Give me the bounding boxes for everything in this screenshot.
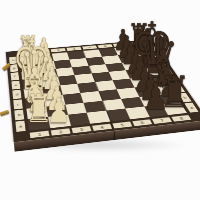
coord-label: 1 [30, 131, 50, 139]
coord-label: g [151, 52, 162, 59]
coord-label: e [161, 67, 173, 75]
coord-label: c [13, 99, 23, 109]
square-a1 [28, 117, 50, 131]
coord-label: 6 [132, 119, 152, 126]
coord-label: h [9, 57, 17, 64]
coord-label: 8 [171, 115, 191, 122]
chess-set-photo: 12345678 abcdefgh abcdefgh 12345678 ♜♟♞♟… [0, 0, 200, 200]
coord-label: c [172, 84, 185, 93]
coord-label: 5 [112, 121, 132, 128]
coord-label: f [156, 59, 168, 67]
coord-label: a [15, 121, 25, 132]
coord-label: d [166, 75, 179, 83]
fold-seam-notch [113, 132, 114, 141]
product-photo-stage: 12345678 abcdefgh abcdefgh 12345678 ♜♟♞♟… [0, 0, 200, 200]
coord-label: b [14, 110, 24, 121]
coord-label: 2 [51, 128, 71, 136]
coord-label: 7 [152, 117, 172, 124]
coord-label: 4 [92, 124, 112, 131]
coord-label: f [11, 72, 20, 80]
coord-label: d [12, 90, 21, 99]
chess-board: 12345678 abcdefgh abcdefgh 12345678 [6, 40, 200, 143]
coord-label: 3 [72, 126, 92, 133]
square-a7 [144, 105, 169, 118]
coord-label: e [11, 81, 20, 90]
clasp-icon [0, 110, 9, 117]
coord-label: h [147, 45, 158, 52]
square-f1 [21, 70, 40, 80]
